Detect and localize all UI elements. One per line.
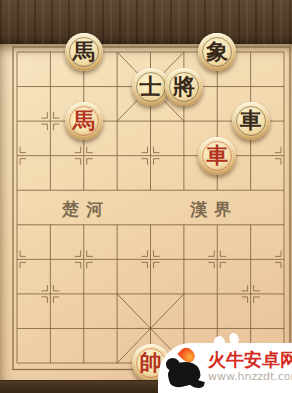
piece-label: 車 (240, 110, 262, 132)
piece-black-chariot[interactable]: 車 (232, 102, 270, 140)
piece-black-general[interactable]: 將 (165, 68, 203, 106)
piece-label: 馬 (73, 110, 95, 132)
piece-red-horse[interactable]: 馬 (65, 102, 103, 140)
piece-black-advisor[interactable]: 士 (132, 68, 170, 106)
piece-red-chariot[interactable]: 車 (198, 137, 236, 175)
piece-label: 將 (173, 76, 195, 98)
piece-black-elephant[interactable]: 象 (198, 33, 236, 71)
xiangqi-game-screen: 楚河 漢界 馬象士將車馬車帥 火牛安卓网 www.hnzzdt.com (0, 0, 292, 393)
watermark-site-url: www.hnzzdt.com (208, 370, 292, 383)
piece-black-horse[interactable]: 馬 (65, 33, 103, 71)
fire-bull-logo-icon (164, 347, 208, 391)
watermark: 火牛安卓网 www.hnzzdt.com (158, 343, 292, 393)
watermark-text: 火牛安卓网 www.hnzzdt.com (208, 349, 292, 383)
watermark-site-name: 火牛安卓网 (208, 349, 292, 370)
river-label-chu-he: 楚河 (62, 198, 110, 221)
piece-label: 象 (206, 41, 228, 63)
piece-label: 車 (206, 145, 228, 167)
board-grid (0, 0, 292, 393)
bull-leg-icon (189, 378, 205, 390)
river-label-han-jie: 漢界 (190, 198, 238, 221)
piece-label: 士 (140, 76, 162, 98)
piece-label: 馬 (73, 41, 95, 63)
